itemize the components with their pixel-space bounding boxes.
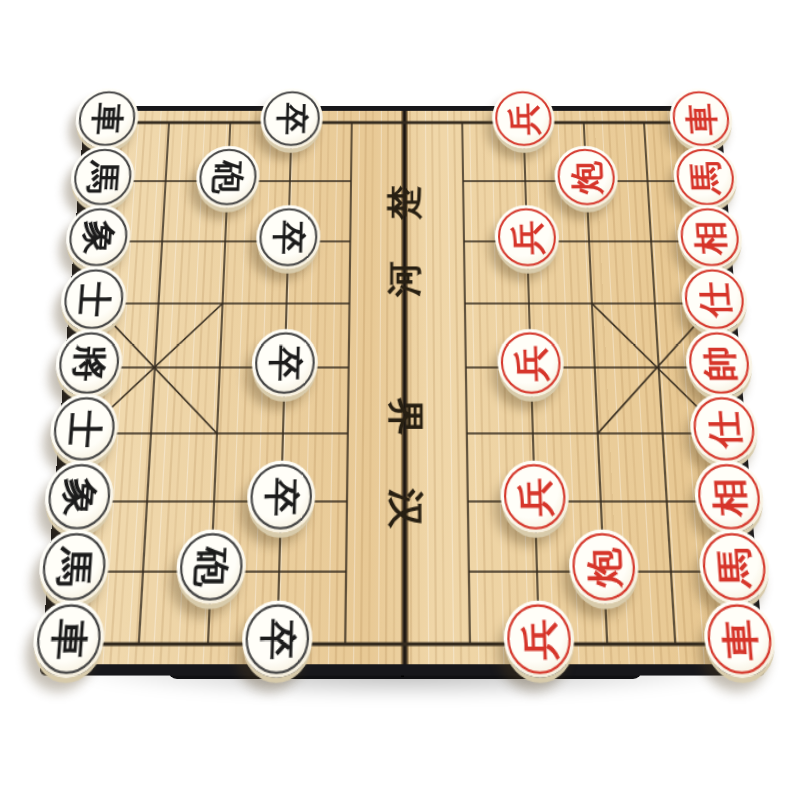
piece-character: 相 <box>691 220 728 254</box>
board-scene: 楚 河 界 汉 車馬象士將士象馬車砲砲卒卒卒卒卒兵兵兵兵兵炮炮車馬相仕帥仕相馬車 <box>40 106 765 676</box>
piece-character: 仕 <box>705 410 743 447</box>
piece-character: 馬 <box>714 547 754 587</box>
piece-character: 卒 <box>271 220 306 254</box>
piece-character: 兵 <box>516 477 553 516</box>
piece-character: 象 <box>60 477 99 516</box>
piece-character: 象 <box>80 220 117 254</box>
piece-character: 帥 <box>700 345 738 381</box>
piece-character: 砲 <box>210 160 245 193</box>
board-frame: 楚 河 界 汉 車馬象士將士象馬車砲砲卒卒卒卒卒兵兵兵兵兵炮炮車馬相仕帥仕相馬車 <box>40 106 765 676</box>
piece-character: 車 <box>683 102 718 134</box>
piece-black-chariot[interactable]: 車 <box>31 600 107 677</box>
piece-character: 士 <box>65 410 103 447</box>
piece-character: 兵 <box>513 345 549 381</box>
piece-black-soldier[interactable]: 卒 <box>241 600 313 677</box>
piece-character: 車 <box>719 618 759 659</box>
piece-character: 卒 <box>258 618 297 659</box>
river-char-chu: 楚 <box>381 185 428 220</box>
piece-character: 炮 <box>585 547 624 587</box>
piece-character: 仕 <box>696 281 733 316</box>
piece-character: 車 <box>89 102 124 134</box>
piece-red-chariot[interactable]: 車 <box>702 600 778 677</box>
river-char-he: 河 <box>381 261 429 297</box>
piece-character: 兵 <box>520 618 559 659</box>
piece-character: 炮 <box>569 160 604 193</box>
piece-character: 砲 <box>192 547 230 587</box>
piece-character: 兵 <box>509 220 544 254</box>
piece-character: 相 <box>710 477 749 516</box>
piece-character: 馬 <box>85 160 121 193</box>
piece-character: 車 <box>49 618 89 659</box>
piece-character: 卒 <box>263 477 300 516</box>
piece-character: 兵 <box>506 102 540 134</box>
piece-red-soldier[interactable]: 兵 <box>492 88 556 149</box>
piece-character: 將 <box>70 345 108 381</box>
piece-character: 士 <box>75 281 112 316</box>
piece-character: 卒 <box>267 345 303 381</box>
river-char-jie: 界 <box>380 397 430 435</box>
piece-character: 卒 <box>275 102 309 134</box>
piece-character: 馬 <box>54 547 94 587</box>
xiangqi-product-photo: 楚 河 界 汉 車馬象士將士象馬車砲砲卒卒卒卒卒兵兵兵兵兵炮炮車馬相仕帥仕相馬車 <box>0 0 800 800</box>
xiangqi-board: 楚 河 界 汉 車馬象士將士象馬車砲砲卒卒卒卒卒兵兵兵兵兵炮炮車馬相仕帥仕相馬車 <box>52 111 753 664</box>
piece-character: 馬 <box>687 160 723 193</box>
river-char-han: 汉 <box>380 489 431 529</box>
